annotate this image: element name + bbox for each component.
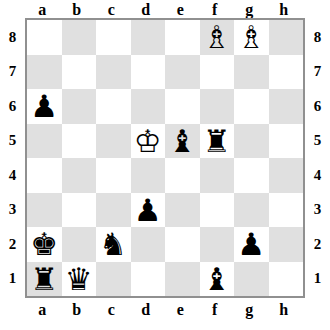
square-g3[interactable] [234, 193, 269, 228]
white-bishop-g8[interactable]: ♗ [237, 20, 265, 55]
square-e1[interactable] [165, 262, 200, 297]
square-e3[interactable] [165, 193, 200, 228]
square-b5[interactable] [62, 124, 97, 159]
square-f4[interactable] [200, 158, 235, 193]
rank-label-1-left: 1 [9, 270, 17, 287]
black-rook-a1[interactable]: ♜ [30, 262, 58, 297]
square-h4[interactable] [269, 158, 304, 193]
rank-labels-right: 87654321 [305, 18, 330, 298]
square-b4[interactable] [62, 158, 97, 193]
square-h7[interactable] [269, 55, 304, 90]
square-a1[interactable]: ♜ [27, 262, 62, 297]
square-a4[interactable] [27, 158, 62, 193]
square-b8[interactable] [62, 20, 97, 55]
file-label-b-bottom: b [72, 298, 81, 322]
square-g5[interactable] [234, 124, 269, 159]
square-d7[interactable] [131, 55, 166, 90]
file-label-g-top: g [245, 1, 253, 18]
rank-labels-left: 87654321 [0, 18, 25, 298]
square-c3[interactable] [96, 193, 131, 228]
square-b3[interactable] [62, 193, 97, 228]
rank-label-1-right: 1 [314, 270, 322, 287]
square-e2[interactable] [165, 227, 200, 262]
square-f3[interactable] [200, 193, 235, 228]
rank-label-4-right: 4 [314, 167, 322, 184]
square-a8[interactable] [27, 20, 62, 55]
file-label-c-bottom: c [108, 298, 115, 322]
black-bishop-f1[interactable]: ♝ [203, 262, 231, 297]
square-h1[interactable] [269, 262, 304, 297]
rank-label-4-left: 4 [9, 167, 17, 184]
square-h5[interactable] [269, 124, 304, 159]
black-bishop-e5[interactable]: ♝ [168, 124, 196, 159]
square-c2[interactable]: ♞ [96, 227, 131, 262]
rank-label-2-left: 2 [9, 236, 17, 253]
square-h2[interactable] [269, 227, 304, 262]
black-queen-b1[interactable]: ♛ [65, 262, 93, 297]
square-f1[interactable]: ♝ [200, 262, 235, 297]
file-label-b-top: b [72, 1, 81, 18]
square-c7[interactable] [96, 55, 131, 90]
square-d8[interactable] [131, 20, 166, 55]
square-f5[interactable]: ♜ [200, 124, 235, 159]
rank-label-8-right: 8 [314, 29, 322, 46]
file-label-g-bottom: g [245, 298, 253, 322]
square-e5[interactable]: ♝ [165, 124, 200, 159]
square-b6[interactable] [62, 89, 97, 124]
file-label-e-bottom: e [177, 298, 184, 322]
square-g6[interactable] [234, 89, 269, 124]
file-label-d-top: d [141, 1, 150, 18]
square-d3[interactable]: ♟ [131, 193, 166, 228]
black-knight-c2[interactable]: ♞ [99, 227, 127, 262]
chess-board: ♗♗♟♔♝♜♟♚♞♟♜♛♝ [25, 18, 305, 298]
square-f6[interactable] [200, 89, 235, 124]
square-g4[interactable] [234, 158, 269, 193]
square-h6[interactable] [269, 89, 304, 124]
file-labels-bottom: abcdefgh [25, 298, 305, 330]
file-label-d-bottom: d [141, 298, 150, 322]
rank-label-2-right: 2 [314, 236, 322, 253]
rank-label-7-left: 7 [9, 63, 17, 80]
square-b7[interactable] [62, 55, 97, 90]
square-b2[interactable] [62, 227, 97, 262]
file-label-f-bottom: f [212, 298, 217, 322]
black-pawn-d3[interactable]: ♟ [134, 193, 162, 228]
square-g8[interactable]: ♗ [234, 20, 269, 55]
file-label-h-bottom: h [279, 298, 288, 322]
square-c4[interactable] [96, 158, 131, 193]
square-f2[interactable] [200, 227, 235, 262]
rank-label-3-left: 3 [9, 201, 17, 218]
file-label-h-top: h [279, 1, 288, 18]
white-bishop-f8[interactable]: ♗ [203, 20, 231, 55]
file-labels-top: abcdefgh [25, 0, 305, 18]
square-d5[interactable]: ♔ [131, 124, 166, 159]
square-f8[interactable]: ♗ [200, 20, 235, 55]
square-c5[interactable] [96, 124, 131, 159]
square-a2[interactable]: ♚ [27, 227, 62, 262]
square-a5[interactable] [27, 124, 62, 159]
square-e8[interactable] [165, 20, 200, 55]
square-a3[interactable] [27, 193, 62, 228]
file-label-e-top: e [177, 1, 184, 18]
square-g2[interactable]: ♟ [234, 227, 269, 262]
square-e4[interactable] [165, 158, 200, 193]
square-c6[interactable] [96, 89, 131, 124]
black-rook-f5[interactable]: ♜ [203, 124, 231, 159]
rank-label-8-left: 8 [9, 29, 17, 46]
black-pawn-a6[interactable]: ♟ [30, 89, 58, 124]
black-pawn-g2[interactable]: ♟ [237, 227, 265, 262]
rank-label-5-left: 5 [9, 132, 17, 149]
square-e6[interactable] [165, 89, 200, 124]
square-d2[interactable] [131, 227, 166, 262]
white-king-d5[interactable]: ♔ [134, 124, 162, 159]
rank-label-3-right: 3 [314, 201, 322, 218]
rank-label-7-right: 7 [314, 63, 322, 80]
chess-diagram: abcdefgh 87654321 ♗♗♟♔♝♜♟♚♞♟♜♛♝ 87654321… [0, 0, 330, 330]
square-g7[interactable] [234, 55, 269, 90]
square-b1[interactable]: ♛ [62, 262, 97, 297]
file-label-f-top: f [212, 1, 217, 18]
file-label-a-top: a [38, 1, 46, 18]
square-e7[interactable] [165, 55, 200, 90]
square-h8[interactable] [269, 20, 304, 55]
file-label-c-top: c [108, 1, 115, 18]
square-g1[interactable] [234, 262, 269, 297]
square-a6[interactable]: ♟ [27, 89, 62, 124]
square-a7[interactable] [27, 55, 62, 90]
square-d1[interactable] [131, 262, 166, 297]
black-king-a2[interactable]: ♚ [30, 227, 58, 262]
square-d4[interactable] [131, 158, 166, 193]
rank-label-5-right: 5 [314, 132, 322, 149]
rank-label-6-right: 6 [314, 98, 322, 115]
square-c8[interactable] [96, 20, 131, 55]
square-d6[interactable] [131, 89, 166, 124]
square-c1[interactable] [96, 262, 131, 297]
square-f7[interactable] [200, 55, 235, 90]
rank-label-6-left: 6 [9, 98, 17, 115]
square-h3[interactable] [269, 193, 304, 228]
file-label-a-bottom: a [38, 298, 46, 322]
